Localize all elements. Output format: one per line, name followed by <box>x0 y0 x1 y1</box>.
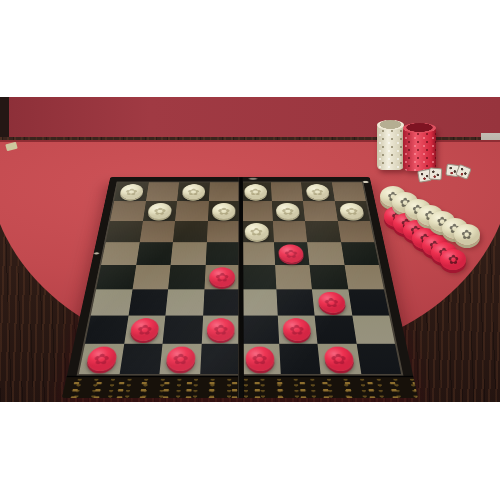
photo-area: ✿✿✿✿✿✿✿✿✿✿✿✿✿✿✿✿✿✿✿ ✿✿✿✿✿✿✿ ✿✿✿✿✿✿✿ <box>0 97 500 402</box>
red-checkers-stack: ✿✿✿✿✿✿✿ <box>0 97 500 402</box>
carving-pattern: ✿ <box>461 228 472 241</box>
white-checker-offboard[interactable]: ✿ <box>454 224 480 245</box>
red-checker-offboard[interactable]: ✿ <box>440 249 466 270</box>
carving-pattern: ✿ <box>448 253 459 266</box>
